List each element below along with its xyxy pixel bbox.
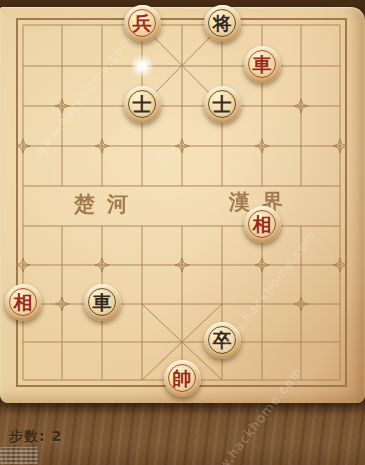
move-counter-value: 2 (51, 428, 62, 444)
piece-character: 卒 (213, 331, 232, 350)
piece-red-elephant[interactable]: 相 (244, 206, 281, 243)
piece-character: 帥 (173, 369, 192, 388)
corner-watermark-noise (0, 447, 38, 464)
piece-character: 兵 (133, 14, 152, 33)
piece-character: 士 (213, 95, 232, 114)
piece-red-general[interactable]: 帥 (164, 360, 201, 397)
piece-red-elephant[interactable]: 相 (5, 284, 42, 321)
piece-black-chariot[interactable]: 車 (84, 284, 121, 321)
piece-character: 車 (253, 55, 272, 74)
game-screen: 楚河 漢界 兵将車士士相相車卒帥 步数: 2 www.hackhome.com … (0, 0, 365, 465)
piece-black-advisor[interactable]: 士 (204, 86, 241, 123)
piece-red-soldier[interactable]: 兵 (124, 5, 161, 42)
piece-black-general[interactable]: 将 (204, 5, 241, 42)
piece-character: 相 (14, 293, 33, 312)
move-counter-label: 步数: (9, 428, 46, 444)
piece-character: 車 (93, 293, 112, 312)
pieces-layer: 兵将車士士相相車卒帥 (0, 0, 365, 465)
move-counter: 步数: 2 (9, 428, 62, 446)
piece-black-soldier[interactable]: 卒 (204, 322, 241, 359)
piece-character: 士 (133, 95, 152, 114)
piece-black-advisor[interactable]: 士 (124, 86, 161, 123)
piece-character: 相 (253, 215, 272, 234)
piece-character: 将 (213, 14, 232, 33)
piece-red-chariot[interactable]: 車 (244, 46, 281, 83)
